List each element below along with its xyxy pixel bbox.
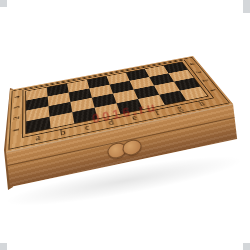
photo-corner-artifact <box>0 243 7 250</box>
rank-labels-left: 4321 <box>8 91 23 137</box>
photo-corner-artifact <box>243 243 250 250</box>
photo-corner-artifact <box>0 0 7 7</box>
product-photo-scene: abcdefgh 4321 4321 0016.ru <box>0 0 250 250</box>
photo-corner-artifact <box>243 0 250 13</box>
